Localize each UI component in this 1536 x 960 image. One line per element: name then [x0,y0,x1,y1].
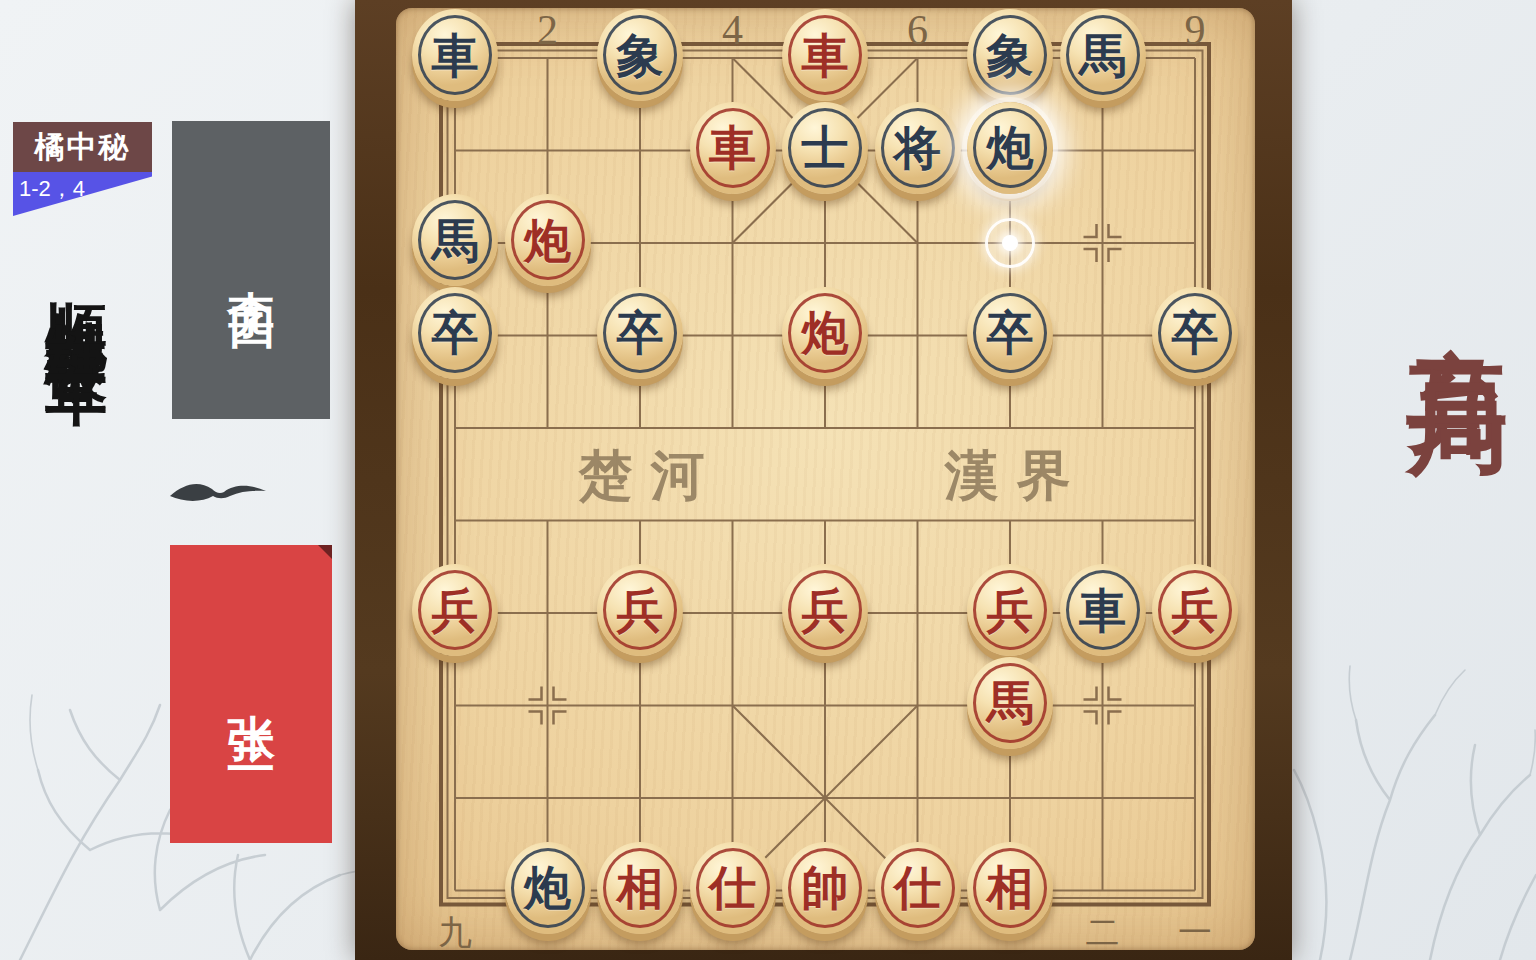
piece-red-soldier[interactable]: 兵 [412,564,498,656]
piece-red-horse[interactable]: 馬 [967,657,1053,749]
piece-ring [1066,15,1140,95]
piece-ring [418,293,492,373]
piece-red-advisor[interactable]: 仕 [875,842,961,934]
piece-ring [788,570,862,650]
player-card-black: 李四 [172,121,330,419]
piece-ring [1158,293,1232,373]
player-name-red: 张三 [219,676,283,712]
piece-ring [418,570,492,650]
piece-ring [973,15,1047,95]
piece-ring [881,108,955,188]
piece-ring [788,108,862,188]
piece-black-elephant[interactable]: 象 [597,9,683,101]
piece-black-advisor[interactable]: 士 [782,102,868,194]
piece-ring [788,848,862,928]
piece-red-elephant[interactable]: 相 [967,842,1053,934]
piece-black-cannon[interactable]: 炮 [505,842,591,934]
piece-black-chariot[interactable]: 車 [1060,564,1146,656]
piece-black-soldier[interactable]: 卒 [412,287,498,379]
piece-red-soldier[interactable]: 兵 [782,564,868,656]
chapter-number-ribbon: 1-2，4 [13,172,152,216]
piece-ring [603,570,677,650]
piece-ring [788,15,862,95]
variation-title-vertical: 弃马局 [1388,262,1525,702]
piece-black-soldier[interactable]: 卒 [597,287,683,379]
bird-icon [168,478,268,510]
piece-ring [788,293,862,373]
sidebar: 橘中秘 1-2，4 顺炮横车破直车 李四 张三 [0,0,355,960]
piece-ring [418,200,492,280]
piece-ring [696,848,770,928]
book-title-badge: 橘中秘 [13,122,152,172]
piece-black-horse[interactable]: 馬 [1060,9,1146,101]
move-from-indicator [985,218,1035,268]
piece-ring [973,293,1047,373]
piece-ring [696,108,770,188]
piece-red-general[interactable]: 帥 [782,842,868,934]
screenshot-root: 橘中秘 1-2，4 顺炮横车破直车 李四 张三 楚河 漢界 2469九二一 車象… [0,0,1536,960]
piece-ring [511,848,585,928]
piece-ring [511,200,585,280]
piece-red-advisor[interactable]: 仕 [690,842,776,934]
piece-black-general[interactable]: 将 [875,102,961,194]
piece-black-elephant[interactable]: 象 [967,9,1053,101]
piece-ring [973,663,1047,743]
piece-ring [973,848,1047,928]
piece-black-chariot[interactable]: 車 [412,9,498,101]
piece-ring [603,15,677,95]
player-card-red: 张三 [170,545,332,843]
player-name-black: 李四 [219,252,283,288]
piece-black-soldier[interactable]: 卒 [1152,287,1238,379]
piece-red-cannon[interactable]: 炮 [782,287,868,379]
piece-red-soldier[interactable]: 兵 [1152,564,1238,656]
piece-ring [973,108,1047,188]
branches-decoration-right [1290,660,1536,960]
board-points-grid: 車象車象馬車士将炮馬炮卒卒炮卒卒兵兵兵兵車兵馬炮相仕帥仕相 [409,12,1242,937]
piece-black-cannon[interactable]: 炮 [967,102,1053,194]
piece-ring [973,570,1047,650]
piece-ring [1158,570,1232,650]
piece-red-chariot[interactable]: 車 [782,9,868,101]
piece-ring [603,848,677,928]
opening-title-vertical: 顺炮横车破直车 [34,252,118,792]
piece-ring [881,848,955,928]
piece-ring [1066,570,1140,650]
piece-red-elephant[interactable]: 相 [597,842,683,934]
piece-red-chariot[interactable]: 車 [690,102,776,194]
piece-red-soldier[interactable]: 兵 [597,564,683,656]
piece-red-soldier[interactable]: 兵 [967,564,1053,656]
piece-ring [603,293,677,373]
piece-black-soldier[interactable]: 卒 [967,287,1053,379]
piece-black-horse[interactable]: 馬 [412,194,498,286]
piece-ring [418,15,492,95]
piece-red-cannon[interactable]: 炮 [505,194,591,286]
